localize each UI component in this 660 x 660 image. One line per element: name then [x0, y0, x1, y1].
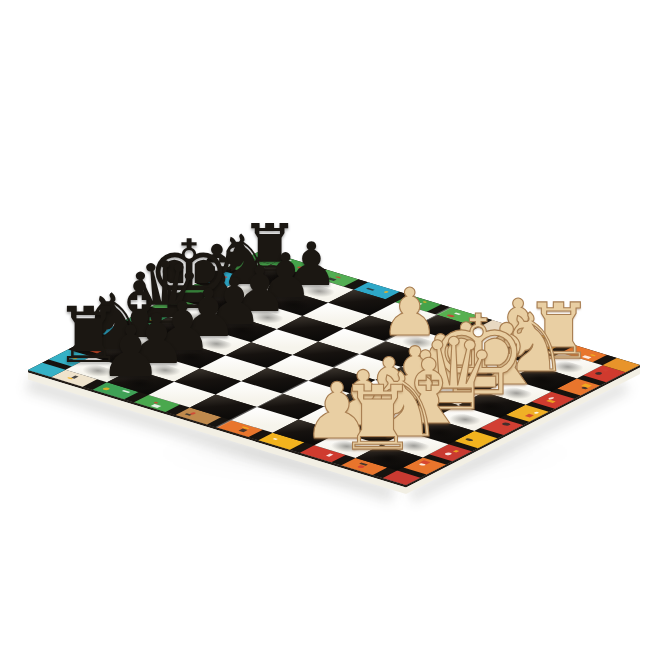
frame-tile-doodle [272, 438, 277, 440]
frame-tile-doodle [171, 303, 176, 305]
frame-tile-doodle [415, 302, 423, 305]
frame-tile-doodle [102, 387, 111, 391]
frame-tile-doodle [115, 330, 121, 333]
frame-tile-doodle [446, 314, 456, 318]
frame-tile-doodle [286, 259, 291, 261]
frame-tile-doodle [383, 291, 389, 294]
frame-tile-doodle [422, 301, 427, 303]
frame-tile-doodle [124, 328, 133, 331]
frame-tile-doodle [602, 369, 608, 372]
frame-tile-doodle [270, 440, 281, 444]
frame-tile-doodle [454, 312, 461, 315]
frame-tile-doodle [479, 439, 486, 442]
frame-tile-doodle [594, 372, 603, 376]
frame-tile-doodle [205, 290, 214, 293]
frame-tile-doodle [252, 264, 257, 266]
frame-tile-doodle [444, 452, 453, 456]
frame-tile-doodle [582, 355, 592, 359]
frame-tile-doodle [465, 438, 475, 442]
frame-tile-doodle [89, 341, 94, 343]
frame-tile-doodle [541, 337, 546, 339]
frame-tile-doodle [525, 414, 534, 418]
frame-tile-doodle [122, 390, 131, 393]
frame-tile-doodle [151, 404, 162, 408]
frame-tile-doodle [66, 377, 73, 380]
frame-tile-doodle [185, 413, 192, 416]
frame-tile-doodle [453, 450, 459, 453]
frame-tile-doodle [327, 278, 337, 282]
frame-tile-doodle [547, 397, 554, 400]
frame-tile-doodle [546, 399, 556, 403]
frame-tile-doodle [296, 266, 304, 269]
frame-tile-doodle [533, 339, 541, 342]
frame-tile-doodle [321, 455, 328, 458]
frame-tile-doodle [238, 429, 247, 433]
frame-tile-doodle [197, 292, 203, 295]
frame-tile-doodle [534, 411, 540, 414]
frame-tile-doodle [103, 342, 111, 345]
frame-tile-doodle [366, 288, 375, 291]
frame-tile-doodle [503, 329, 512, 332]
product-photo-chessboard: ♜♟♞♟♝♟♚♟♛♟♟♝♟♟♞♜♟♜♞♟♟♝♟♚♟♛♟♝♟♞♟♜ [0, 0, 660, 660]
